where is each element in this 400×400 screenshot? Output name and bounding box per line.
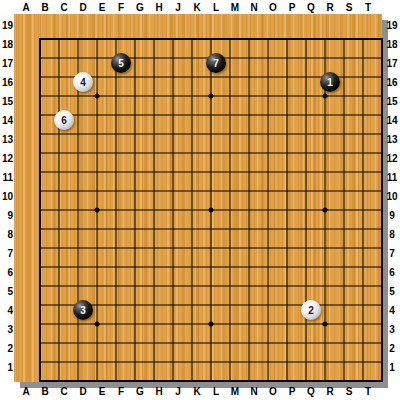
coord-label-top: E [93,0,111,15]
coord-label-left: 13 [0,132,13,147]
coord-label-bottom: T [359,384,377,399]
coord-label-top: L [207,0,225,15]
coord-label-right: 12 [384,151,400,166]
coord-label-left: 14 [0,113,13,128]
coord-label-top: R [321,0,339,15]
coord-label-top: T [359,0,377,15]
coord-label-left: 10 [0,189,13,204]
coord-label-left: 1 [0,360,13,375]
white-stone-Q4: 2 [301,300,321,320]
stone-move-number: 7 [213,58,219,69]
coord-label-bottom: L [207,384,225,399]
coord-label-top: P [283,0,301,15]
coord-label-right: 19 [384,18,400,33]
coord-label-left: 6 [0,265,13,280]
coord-label-bottom: R [321,384,339,399]
coord-label-bottom: M [226,384,244,399]
stone-move-number: 2 [308,305,314,316]
coord-label-left: 15 [0,94,13,109]
coord-label-top: M [226,0,244,15]
coord-label-right: 8 [384,227,400,242]
coord-label-left: 16 [0,75,13,90]
coord-label-top: H [150,0,168,15]
coord-label-left: 7 [0,246,13,261]
coord-label-right: 16 [384,75,400,90]
coord-label-right: 4 [384,303,400,318]
coord-label-right: 9 [384,208,400,223]
coord-label-bottom: G [131,384,149,399]
coord-label-top: O [264,0,282,15]
star-point [95,94,100,99]
stone-move-number: 1 [327,77,333,88]
white-stone-D16: 4 [73,72,93,92]
coord-label-top: G [131,0,149,15]
coord-label-left: 18 [0,37,13,52]
coord-label-left: 19 [0,18,13,33]
go-diagram: AA1919BB1818CC1717DD1616EE1515FF1414GG13… [0,0,400,400]
star-point [323,208,328,213]
coord-label-right: 13 [384,132,400,147]
coord-label-right: 15 [384,94,400,109]
star-point [209,208,214,213]
stone-move-number: 4 [80,77,86,88]
coord-label-top: N [245,0,263,15]
coord-label-bottom: O [264,384,282,399]
black-stone-L17: 7 [206,53,226,73]
coord-label-bottom: K [188,384,206,399]
coord-label-top: F [112,0,130,15]
white-stone-C14: 6 [54,110,74,130]
star-point [95,208,100,213]
coord-label-top: Q [302,0,320,15]
coord-label-left: 5 [0,284,13,299]
coord-label-left: 9 [0,208,13,223]
coord-label-right: 2 [384,341,400,356]
coord-label-bottom: C [55,384,73,399]
coord-label-bottom: B [36,384,54,399]
coord-label-top: B [36,0,54,15]
coord-label-right: 17 [384,56,400,71]
coord-label-left: 3 [0,322,13,337]
coord-label-bottom: J [169,384,187,399]
coord-label-right: 14 [384,113,400,128]
coord-label-right: 11 [384,170,400,185]
star-point [323,94,328,99]
coord-label-bottom: Q [302,384,320,399]
stone-move-number: 3 [80,305,86,316]
stone-move-number: 6 [61,115,67,126]
star-point [95,322,100,327]
go-board[interactable] [14,14,382,382]
star-point [323,322,328,327]
black-stone-F17: 5 [111,53,131,73]
black-stone-D4: 3 [73,300,93,320]
coord-label-right: 10 [384,189,400,204]
coord-label-top: J [169,0,187,15]
stone-move-number: 5 [118,58,124,69]
coord-label-right: 7 [384,246,400,261]
coord-label-top: S [340,0,358,15]
coord-label-right: 1 [384,360,400,375]
coord-label-right: 6 [384,265,400,280]
coord-label-top: C [55,0,73,15]
coord-label-left: 4 [0,303,13,318]
coord-label-left: 17 [0,56,13,71]
coord-label-left: 11 [0,170,13,185]
coord-label-top: K [188,0,206,15]
coord-label-bottom: E [93,384,111,399]
black-stone-R16: 1 [320,72,340,92]
coord-label-bottom: F [112,384,130,399]
coord-label-top: A [17,0,35,15]
coord-label-left: 2 [0,341,13,356]
coord-label-left: 8 [0,227,13,242]
coord-label-bottom: A [17,384,35,399]
star-point [209,322,214,327]
coord-label-left: 12 [0,151,13,166]
star-point [209,94,214,99]
coord-label-top: D [74,0,92,15]
coord-label-bottom: S [340,384,358,399]
coord-label-bottom: D [74,384,92,399]
coord-label-bottom: P [283,384,301,399]
coord-label-right: 3 [384,322,400,337]
coord-label-right: 5 [384,284,400,299]
coord-label-bottom: H [150,384,168,399]
coord-label-right: 18 [384,37,400,52]
coord-label-bottom: N [245,384,263,399]
